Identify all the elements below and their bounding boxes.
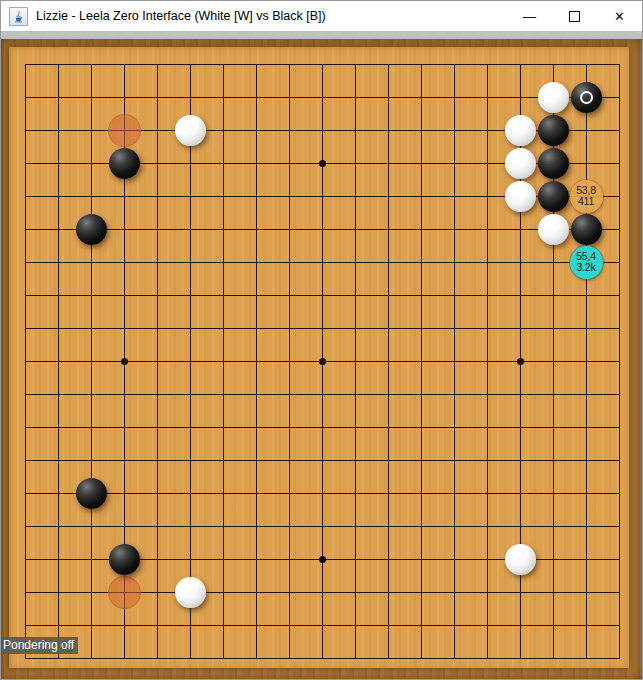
board-overlay: 55,43.2k53,8411 [25,64,620,659]
star-point [121,358,128,365]
best-move-candidate-S13[interactable]: 55,43.2k [570,246,603,279]
minimize-button[interactable]: — [507,1,552,31]
close-button[interactable]: ✕ [597,1,642,31]
stone-white [505,181,536,212]
candidate-move-S15[interactable]: 53,8411 [570,180,603,213]
star-point [319,556,326,563]
stone-black [538,115,569,146]
candidate-visits: 3.2k [576,262,595,273]
stone-white [538,214,569,245]
java-coffee-cup-icon [9,7,28,26]
stone-white [505,544,536,575]
stone-black [109,544,140,575]
title-bar: Lizzie - Leela Zero Interface (White [W]… [1,1,642,31]
stone-white [175,115,206,146]
ghost-candidate-D17[interactable] [108,114,141,147]
go-board-surface[interactable]: 55,43.2k53,8411 [9,47,629,668]
star-point [319,160,326,167]
stone-black [538,181,569,212]
stone-black [538,148,569,179]
board-frame: 55,43.2k53,8411 Pondering off [1,39,643,680]
stone-black [571,82,602,113]
maximize-icon [569,11,580,22]
maximize-button[interactable] [552,1,597,31]
stone-white [538,82,569,113]
stone-black [76,478,107,509]
window-controls: — ✕ [507,1,642,31]
stone-white [505,148,536,179]
ghost-candidate-D3[interactable] [108,576,141,609]
stone-black [109,148,140,179]
pondering-status: Pondering off [1,637,78,654]
window-title: Lizzie - Leela Zero Interface (White [W]… [36,9,326,23]
last-move-marker [580,91,593,104]
star-point [319,358,326,365]
window-top-strip [1,31,642,39]
star-point [517,358,524,365]
candidate-visits: 411 [578,196,594,207]
stone-black [76,214,107,245]
stone-black [571,214,602,245]
stone-white [175,577,206,608]
app-window: Lizzie - Leela Zero Interface (White [W]… [0,0,643,680]
stone-white [505,115,536,146]
